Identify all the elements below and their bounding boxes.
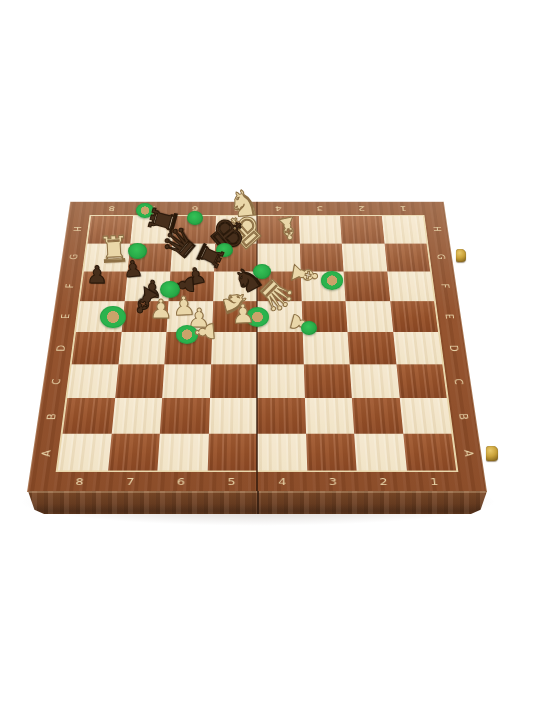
board-square [211,332,257,364]
board-square [257,332,303,364]
board-square [210,364,257,398]
board-square [340,216,384,243]
coord-label-top-5: 5 [233,205,240,212]
box-front-face [28,491,487,514]
felt-pad [160,281,180,298]
board-square [208,398,257,433]
felt-pad [246,307,269,327]
coord-label-right-D: D [447,345,460,351]
board-square [84,243,130,271]
board-square [298,216,341,243]
board-square [387,272,434,301]
board-square [303,364,352,398]
coord-label-bottom-4: 4 [278,476,286,486]
coord-label-bottom-3: 3 [329,476,338,486]
coord-label-right-H: H [431,226,443,231]
board-square [157,433,208,470]
board-square [393,332,442,364]
board-square [257,364,304,398]
board-square [118,332,166,364]
board-square [354,433,406,470]
felt-pad [216,243,233,257]
board-square [346,301,393,332]
coord-label-left-D: D [54,345,67,351]
coord-label-right-G: G [435,254,447,260]
coord-label-bottom-5: 5 [227,476,235,486]
board-square [257,216,299,243]
board-square [257,433,307,470]
fold-seam [256,202,258,492]
board-square [130,216,174,243]
board-square [403,433,456,470]
product-photo-stage: 88HH77GG66FF55EE44DD33CC22BB11AA ♜♛♚♞♝♟♟… [0,0,540,720]
board-square [111,398,162,433]
chess-board: 88HH77GG66FF55EE44DD33CC22BB11AA [27,202,487,492]
coord-label-bottom-7: 7 [126,476,135,486]
coord-label-top-1: 1 [399,205,407,212]
board-square [257,398,306,433]
board-square [108,433,160,470]
coord-label-right-B: B [457,413,470,419]
coord-label-top-2: 2 [357,205,364,212]
coord-label-left-E: E [59,314,71,319]
board-square [88,216,133,243]
board-square [396,364,447,398]
front-face-fold-notch [257,491,259,514]
board-square [72,332,121,364]
coord-label-left-B: B [44,413,57,419]
board-square [302,332,349,364]
brass-latch-icon [486,446,498,461]
felt-pad [321,271,343,290]
board-square [344,272,390,301]
board-square [160,398,210,433]
coord-label-bottom-8: 8 [75,476,84,486]
board-square [67,364,118,398]
coord-label-top-4: 4 [274,205,281,212]
coord-label-left-G: G [67,254,79,260]
brass-latch-icon [456,249,466,262]
board-square [215,216,257,243]
board-square [58,433,111,470]
felt-pad [176,325,198,344]
board-square [348,332,396,364]
board-square [115,364,165,398]
coord-label-left-C: C [49,378,62,384]
felt-pad [128,243,147,259]
board-square [63,398,115,433]
board-square [306,433,357,470]
coord-label-right-F: F [439,283,451,287]
coord-label-left-A: A [39,450,53,457]
board-square [384,243,430,271]
board-square [350,364,400,398]
coord-label-top-3: 3 [316,205,323,212]
coord-label-right-E: E [443,314,455,319]
board-square [352,398,403,433]
board-square [162,364,211,398]
board-square [342,243,387,271]
coord-label-bottom-2: 2 [379,476,388,486]
coord-label-top-8: 8 [108,205,116,212]
board-square [390,301,438,332]
coord-label-left-H: H [71,226,83,231]
board-square [207,433,257,470]
board-square [304,398,354,433]
board-square [213,272,257,301]
board-square [80,272,127,301]
board-square [399,398,451,433]
coord-label-left-F: F [63,283,75,287]
felt-pad [100,306,126,328]
board-square [381,216,426,243]
board-square [299,243,343,271]
coord-label-right-C: C [452,378,465,384]
coord-label-bottom-6: 6 [177,476,186,486]
coord-label-bottom-1: 1 [430,476,439,486]
board-square [121,301,168,332]
coord-label-right-A: A [462,450,476,457]
board-square [170,243,214,271]
